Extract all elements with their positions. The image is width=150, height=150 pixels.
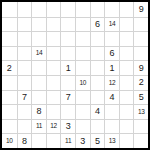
cell-r5c7[interactable] bbox=[90, 60, 105, 75]
cell-r1c5[interactable] bbox=[60, 2, 75, 17]
cell-r5c10: 9 bbox=[133, 60, 148, 75]
cell-r9c4: 12 bbox=[46, 119, 61, 134]
cell-r4c9[interactable] bbox=[119, 46, 134, 61]
cell-r2c3[interactable] bbox=[31, 17, 46, 32]
cell-r4c3: 14 bbox=[31, 46, 46, 61]
cell-r8c9[interactable] bbox=[119, 104, 134, 119]
cell-r7c6[interactable] bbox=[75, 90, 90, 105]
cell-r8c2[interactable] bbox=[17, 104, 32, 119]
cell-r7c5: 7 bbox=[60, 90, 75, 105]
cell-r10c4[interactable] bbox=[46, 133, 61, 148]
cell-r1c4[interactable] bbox=[46, 2, 61, 17]
cell-r9c2[interactable] bbox=[17, 119, 32, 134]
cell-r1c8[interactable] bbox=[104, 2, 119, 17]
cell-r10c3[interactable] bbox=[31, 133, 46, 148]
cell-r9c7[interactable] bbox=[90, 119, 105, 134]
cell-r8c10: 13 bbox=[133, 104, 148, 119]
cell-r2c10[interactable] bbox=[133, 17, 148, 32]
cell-r1c2[interactable] bbox=[17, 2, 32, 17]
cell-r8c5[interactable] bbox=[60, 104, 75, 119]
cell-r9c3: 11 bbox=[31, 119, 46, 134]
cell-r7c8: 4 bbox=[104, 90, 119, 105]
cell-r10c5: 11 bbox=[60, 133, 75, 148]
cell-r3c7[interactable] bbox=[90, 31, 105, 46]
cell-r2c2[interactable] bbox=[17, 17, 32, 32]
cell-r4c7[interactable] bbox=[90, 46, 105, 61]
cell-r5c6[interactable] bbox=[75, 60, 90, 75]
cell-r4c1[interactable] bbox=[2, 46, 17, 61]
cell-r1c1[interactable] bbox=[2, 2, 17, 17]
cell-r4c8: 6 bbox=[104, 46, 119, 61]
cell-r9c9[interactable] bbox=[119, 119, 134, 134]
cell-r8c7: 4 bbox=[90, 104, 105, 119]
cell-r5c8: 1 bbox=[104, 60, 119, 75]
cell-r3c3[interactable] bbox=[31, 31, 46, 46]
cell-r1c10: 9 bbox=[133, 2, 148, 17]
cell-r3c2[interactable] bbox=[17, 31, 32, 46]
cell-r8c1[interactable] bbox=[2, 104, 17, 119]
cell-r9c5: 3 bbox=[60, 119, 75, 134]
cell-r4c5[interactable] bbox=[60, 46, 75, 61]
cell-r9c8[interactable] bbox=[104, 119, 119, 134]
cell-r2c4[interactable] bbox=[46, 17, 61, 32]
cell-r2c8: 14 bbox=[104, 17, 119, 32]
cell-r8c8[interactable] bbox=[104, 104, 119, 119]
cell-r10c1: 10 bbox=[2, 133, 17, 148]
cell-r7c7[interactable] bbox=[90, 90, 105, 105]
cell-r5c9[interactable] bbox=[119, 60, 134, 75]
cell-r10c2: 8 bbox=[17, 133, 32, 148]
cell-r6c2[interactable] bbox=[17, 75, 32, 90]
cell-r3c5[interactable] bbox=[60, 31, 75, 46]
cell-r1c7[interactable] bbox=[90, 2, 105, 17]
cell-r4c2[interactable] bbox=[17, 46, 32, 61]
cell-r10c7: 5 bbox=[90, 133, 105, 148]
cell-r1c9[interactable] bbox=[119, 2, 134, 17]
cell-r7c9[interactable] bbox=[119, 90, 134, 105]
cell-r9c1[interactable] bbox=[2, 119, 17, 134]
cell-r6c3[interactable] bbox=[31, 75, 46, 90]
cell-r5c1: 2 bbox=[2, 60, 17, 75]
cell-r6c4[interactable] bbox=[46, 75, 61, 90]
cell-r5c4[interactable] bbox=[46, 60, 61, 75]
cell-r5c5: 1 bbox=[60, 60, 75, 75]
cell-r2c6[interactable] bbox=[75, 17, 90, 32]
cell-r4c4[interactable] bbox=[46, 46, 61, 61]
cell-r6c5[interactable] bbox=[60, 75, 75, 90]
cell-r10c9[interactable] bbox=[119, 133, 134, 148]
cell-r6c10: 2 bbox=[133, 75, 148, 90]
cell-r6c1[interactable] bbox=[2, 75, 17, 90]
cell-r2c9[interactable] bbox=[119, 17, 134, 32]
cell-r10c6: 3 bbox=[75, 133, 90, 148]
cell-r7c10: 5 bbox=[133, 90, 148, 105]
cell-r8c4[interactable] bbox=[46, 104, 61, 119]
cell-r6c6: 10 bbox=[75, 75, 90, 90]
cell-r3c8[interactable] bbox=[104, 31, 119, 46]
cell-r5c2[interactable] bbox=[17, 60, 32, 75]
cell-r3c9[interactable] bbox=[119, 31, 134, 46]
cell-r9c6[interactable] bbox=[75, 119, 90, 134]
cell-r7c2: 7 bbox=[17, 90, 32, 105]
cell-r3c10[interactable] bbox=[133, 31, 148, 46]
cell-r10c10[interactable] bbox=[133, 133, 148, 148]
cell-r7c3[interactable] bbox=[31, 90, 46, 105]
cell-r7c4[interactable] bbox=[46, 90, 61, 105]
cell-r9c10[interactable] bbox=[133, 119, 148, 134]
cell-r2c7: 6 bbox=[90, 17, 105, 32]
cell-r8c6[interactable] bbox=[75, 104, 90, 119]
cell-r3c1[interactable] bbox=[2, 31, 17, 46]
cell-r2c1[interactable] bbox=[2, 17, 17, 32]
cell-r6c8: 12 bbox=[104, 75, 119, 90]
cell-r3c6[interactable] bbox=[75, 31, 90, 46]
cell-r3c4[interactable] bbox=[46, 31, 61, 46]
cell-r2c5[interactable] bbox=[60, 17, 75, 32]
cell-r7c1[interactable] bbox=[2, 90, 17, 105]
puzzle-board: 96141462119101227745841311123108113513 bbox=[0, 0, 150, 150]
cell-r1c3[interactable] bbox=[31, 2, 46, 17]
cell-r1c6[interactable] bbox=[75, 2, 90, 17]
cell-r5c3[interactable] bbox=[31, 60, 46, 75]
cell-r8c3: 8 bbox=[31, 104, 46, 119]
cell-r4c6[interactable] bbox=[75, 46, 90, 61]
cell-r10c8: 13 bbox=[104, 133, 119, 148]
cell-r6c7[interactable] bbox=[90, 75, 105, 90]
cell-r4c10[interactable] bbox=[133, 46, 148, 61]
cell-r6c9[interactable] bbox=[119, 75, 134, 90]
